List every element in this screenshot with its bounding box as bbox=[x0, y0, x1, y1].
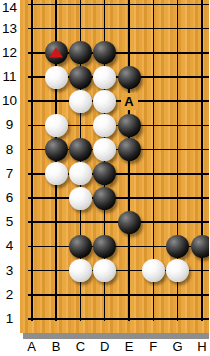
column-label: B bbox=[47, 340, 65, 354]
row-label: 1 bbox=[0, 311, 19, 327]
white-stone[interactable] bbox=[69, 259, 92, 282]
black-stone[interactable] bbox=[69, 235, 92, 258]
white-stone[interactable] bbox=[69, 90, 92, 113]
white-stone[interactable] bbox=[93, 90, 116, 113]
white-stone[interactable] bbox=[69, 187, 92, 210]
grid-line-horizontal bbox=[28, 294, 209, 296]
go-board[interactable]: A bbox=[20, 0, 209, 333]
grid-line-vertical bbox=[31, 0, 33, 321]
column-label: A bbox=[23, 340, 41, 354]
black-stone[interactable] bbox=[118, 114, 141, 137]
row-label: 9 bbox=[0, 117, 19, 133]
grid-line-horizontal bbox=[28, 100, 209, 102]
grid-line-horizontal bbox=[28, 197, 209, 199]
white-stone[interactable] bbox=[45, 162, 68, 185]
black-stone[interactable] bbox=[93, 41, 116, 64]
row-label: 13 bbox=[0, 21, 19, 37]
black-stone[interactable] bbox=[191, 235, 210, 258]
black-stone[interactable] bbox=[69, 138, 92, 161]
board-shadow bbox=[23, 333, 209, 339]
black-stone[interactable] bbox=[93, 162, 116, 185]
black-stone[interactable] bbox=[93, 187, 116, 210]
row-label: 5 bbox=[0, 214, 19, 230]
black-stone[interactable] bbox=[69, 66, 92, 89]
last-move-triangle-marker bbox=[49, 47, 63, 57]
white-stone[interactable] bbox=[69, 162, 92, 185]
white-stone[interactable] bbox=[45, 114, 68, 137]
black-stone[interactable] bbox=[118, 138, 141, 161]
white-stone[interactable] bbox=[93, 259, 116, 282]
black-stone[interactable] bbox=[45, 138, 68, 161]
point-label-A[interactable]: A bbox=[121, 93, 138, 110]
white-stone[interactable] bbox=[45, 66, 68, 89]
white-stone[interactable] bbox=[166, 259, 189, 282]
black-stone[interactable] bbox=[69, 41, 92, 64]
row-label: 6 bbox=[0, 190, 19, 206]
white-stone[interactable] bbox=[93, 114, 116, 137]
column-label: C bbox=[71, 340, 89, 354]
row-label: 10 bbox=[0, 93, 19, 109]
grid-line-horizontal bbox=[28, 28, 209, 30]
white-stone[interactable] bbox=[93, 138, 116, 161]
row-label: 4 bbox=[0, 238, 19, 254]
column-label: F bbox=[144, 340, 162, 354]
grid-line-horizontal bbox=[28, 4, 209, 6]
black-stone[interactable] bbox=[45, 41, 68, 64]
row-label: 8 bbox=[0, 142, 19, 158]
column-label: G bbox=[169, 340, 187, 354]
black-stone[interactable] bbox=[118, 66, 141, 89]
black-stone[interactable] bbox=[166, 235, 189, 258]
column-label: H bbox=[193, 340, 209, 354]
row-label: 12 bbox=[0, 45, 19, 61]
column-label: E bbox=[120, 340, 138, 354]
row-label: 14 bbox=[0, 0, 19, 16]
black-stone[interactable] bbox=[118, 211, 141, 234]
column-label: D bbox=[96, 340, 114, 354]
row-label: 3 bbox=[0, 263, 19, 279]
black-stone[interactable] bbox=[93, 235, 116, 258]
grid-line-horizontal bbox=[28, 318, 209, 321]
row-label: 7 bbox=[0, 166, 19, 182]
white-stone[interactable] bbox=[142, 259, 165, 282]
row-label: 11 bbox=[0, 69, 19, 85]
row-label: 2 bbox=[0, 287, 19, 303]
white-stone[interactable] bbox=[93, 66, 116, 89]
go-board-diagram: A 1413121110987654321 ABCDEFGH bbox=[0, 0, 209, 356]
grid-line-vertical bbox=[201, 0, 203, 321]
